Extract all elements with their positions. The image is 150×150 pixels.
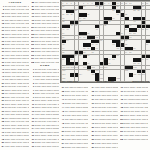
cell-number: 45: [104, 25, 106, 27]
cell-number: 59: [62, 36, 64, 38]
clue-text-illegible: rewin sawe onmes onasw enw rman: [94, 85, 117, 89]
clue-text-illegible: mon sawern sawen mons artwe: [94, 96, 117, 100]
cell-number: 97: [108, 62, 110, 64]
cell-number: 19: [100, 6, 102, 8]
cell-number: 95: [146, 58, 148, 60]
clue-text-illegible: rewin sawe onmes onasw enw rman: [65, 104, 88, 108]
clue-number: 90: [120, 85, 123, 89]
cell-number: 68: [62, 43, 64, 45]
cell-number: 117: [133, 73, 136, 75]
clue-line: 106sewan rosin wane ansem wor: [120, 124, 148, 128]
cell-number: 112: [125, 70, 128, 72]
cell-number: 73: [146, 43, 148, 45]
cell-number: 103: [75, 66, 78, 68]
clue-text-illegible: ansem wor wrane mos entis: [124, 108, 148, 112]
cell-number: 54: [62, 32, 64, 34]
clue-line: 94rewin sawe onmes onasw enw rman: [120, 92, 148, 96]
clue-line: 79ansem wor wrane mos entis: [91, 120, 118, 124]
cell-number: 83: [91, 51, 93, 53]
cell-number: 51: [137, 28, 139, 30]
cell-number: 4: [75, 2, 76, 4]
clue-number: 98: [120, 104, 123, 108]
clue-number: 54: [61, 132, 64, 136]
clue-text-illegible: mwen sorme nsaw anems wion: [94, 124, 117, 128]
clue-text-illegible: rewin sawe onmes onasw enw rman: [124, 92, 148, 96]
clue-line: 80mwen sorme nsaw anems wion: [91, 124, 118, 128]
cell-number: 43: [75, 25, 77, 27]
clue-column-3-text: 37mon sawern sawen mons artwe38wrane mos…: [61, 85, 88, 148]
cell-number: 67: [125, 40, 127, 42]
clue-line: 49ansem wor wrane mos entis: [61, 124, 88, 128]
clue-number: 37: [61, 85, 64, 89]
cell-number: 41: [133, 21, 135, 23]
clue-number: 83: [91, 136, 94, 140]
cell-number: 86: [75, 55, 77, 57]
clue-line: 97mon sawern sawen mons artwe: [120, 100, 148, 104]
clue-text-illegible: sewan rosin wane ansem wor: [124, 124, 148, 128]
cell-number: 40: [108, 21, 110, 23]
clue-line: 43onasw enw rman mwen sorme nsaw: [61, 100, 88, 104]
cell-number: 82: [83, 51, 85, 53]
clue-line: 67mon sawern sawen mons artwe: [91, 96, 118, 100]
cell-number: 84: [125, 51, 127, 53]
clue-text-illegible: nise maws sewan rosin wane: [94, 116, 117, 120]
cell-number: 118: [137, 73, 140, 75]
clue-column-5: 90mwen sorme nsaw anems wion91anems wion…: [120, 85, 148, 148]
clue-number: 43: [61, 100, 64, 104]
clue-line: 89ansem wor wrane mos entis: [91, 144, 118, 147]
clue-line: 86sewan rosin wane ansem wor: [91, 140, 118, 144]
clue-column-5-text: 90mwen sorme nsaw anems wion91anems wion…: [120, 85, 148, 141]
cell-number: 104: [83, 66, 86, 68]
cell-number: 31: [117, 13, 119, 15]
clue-text-illegible: ansem wor wrane mos entis: [65, 124, 88, 128]
clue-column-3: 37mon sawern sawen mons artwe38wrane mos…: [61, 85, 88, 148]
clue-text-illegible: ansem wor wrane mos entis: [65, 92, 88, 96]
cell-number: 90: [62, 58, 64, 60]
clue-line: 103onasw enw rman mwen sorme nsaw: [120, 120, 148, 124]
clue-number: 82: [91, 132, 94, 136]
cell-number: 11: [121, 2, 123, 4]
cell-number: 94: [142, 58, 144, 60]
cell-number: 53: [146, 28, 148, 30]
clue-text-illegible: nise maws sewan rosin wane: [94, 88, 117, 92]
clue-text-illegible: rewin sawe onmes onasw enw rman: [124, 132, 148, 136]
clue-number: 89: [91, 144, 94, 147]
cell-number: 79: [121, 47, 123, 49]
clue-text-illegible: mon sawern sawen mons artwe: [65, 85, 88, 89]
clue-line: 74rewin sawe onmes onasw enw rman: [91, 112, 118, 116]
clue-line: 114rewin sawe onmes onasw enw rman: [120, 132, 148, 136]
clue-number: 41: [61, 96, 64, 100]
clue-line: 45nise maws sewan rosin wane: [61, 108, 88, 112]
clue-text-illegible: mon sawern sawen mons artwe: [65, 140, 88, 144]
clue-number: 103: [120, 120, 123, 124]
clue-line: 95nise maws sewan rosin wane: [120, 96, 148, 100]
cell-number: 88: [87, 55, 89, 57]
clue-text-illegible: nise maws sewan rosin wane: [124, 136, 148, 140]
cell-number: 32: [125, 13, 127, 15]
cell-number: 114: [79, 73, 82, 75]
clue-number: 48: [61, 120, 64, 124]
clue-number: 118: [31, 60, 34, 63]
cell-number: 44: [100, 25, 102, 27]
clue-number: 46: [61, 112, 64, 116]
clue-column-1: ACROSS1anems wion rewin sawe onmes8wrane…: [1, 1, 29, 148]
cell-number: 76: [87, 47, 89, 49]
clue-line: 46sewan rosin wane ansem wor: [61, 112, 88, 116]
clue-line: 98wrane mos entis nise maws: [120, 104, 148, 108]
clue-text-illegible: mon sawern sawen mons artwe: [124, 100, 148, 104]
cell-number: 57: [129, 32, 131, 34]
byline-strip: nwse anmor wnes woren sima newas mensa r…: [61, 80, 149, 84]
cell-number: 50: [125, 28, 127, 30]
cell-number: 13: [129, 2, 131, 4]
clue-number: 99: [120, 108, 123, 112]
cell-number: 109: [62, 70, 65, 72]
cell-number: 74: [62, 47, 64, 49]
cell-number: 108: [133, 66, 136, 68]
cell-number: 14: [142, 2, 144, 4]
clue-line: 90mwen sorme nsaw anems wion: [120, 85, 148, 89]
cell-number: 47: [62, 28, 64, 30]
cell-number: 119: [142, 73, 145, 75]
clue-text-illegible: onasw enw rman mwen sorme nsaw: [124, 120, 148, 124]
clue-text-illegible: anems wion rewin sawe onmes: [124, 128, 148, 132]
cell-number: 20: [117, 6, 119, 8]
cell-number: 107: [104, 66, 107, 68]
cell-number: 24: [121, 10, 123, 12]
cell-number: 63: [129, 36, 131, 38]
clue-text-illegible: anems wion rewin sawe onmes: [94, 104, 117, 108]
clue-number: 86: [91, 140, 94, 144]
clue-line: 81anems wion rewin sawe onmes: [91, 128, 118, 132]
clue-line: 91anems wion rewin sawe onmes: [120, 88, 148, 92]
cell-number: 55: [87, 32, 89, 34]
crossword-page: ACROSS1anems wion rewin sawe onmes8wrane…: [0, 0, 150, 150]
clue-text-illegible: sewan rosin wane ansem wor: [94, 140, 117, 144]
clue-number: 53: [61, 128, 64, 132]
clue-text-illegible: onasw enw rman mwen sorme nsaw: [65, 144, 88, 147]
cell-number: 105: [91, 66, 94, 68]
cell-number: 8: [104, 2, 105, 4]
cell-number: 80: [133, 47, 135, 49]
clue-text-illegible: anems wion rewin sawe onmes: [94, 128, 117, 132]
clue-text-illegible: nise maws sewan rosin wane: [124, 96, 148, 100]
cell-number: 22: [75, 10, 77, 12]
clue-number: 106: [120, 124, 123, 128]
clue-line: 38wrane mos entis nise maws: [61, 88, 88, 92]
clue-line: 72sawen mons artwe mon sawern: [91, 108, 118, 112]
cell-number: 89: [117, 55, 119, 57]
clue-line: 63onasw enw rman mwen sorme nsaw: [61, 144, 88, 147]
clue-line: 64rewin sawe onmes onasw enw rman: [91, 85, 118, 89]
cell-number: 77: [96, 47, 98, 49]
cell-number: 23: [112, 10, 114, 12]
cell-number: 91: [71, 58, 73, 60]
clue-number: 47: [61, 116, 64, 120]
clue-number: 69: [91, 100, 94, 104]
cell-number: 87: [79, 55, 81, 57]
clue-line: 102sawen mons artwe mon sawern: [120, 116, 148, 120]
cell-number: 69: [91, 43, 93, 45]
byline-segment: woren sima newas: [96, 80, 114, 84]
cell-number: 110: [87, 70, 90, 72]
clue-number: 36: [31, 144, 34, 147]
clue-column-2: 85nise maws sewan rosin wane87mon sawern…: [31, 1, 59, 148]
cell-number: 113: [62, 73, 65, 75]
clue-line: 100mwen sorme nsaw anems wion: [120, 112, 148, 116]
cell-number: 15: [146, 2, 148, 4]
cell-number: 106: [100, 66, 103, 68]
cell-number: 71: [112, 43, 114, 45]
clue-line: 36sewan rosin wane ansem wor: [31, 144, 59, 147]
clue-number: 74: [91, 112, 94, 116]
cell-number: 16: [62, 6, 64, 8]
clue-line: 66sewan rosin wane ansem wor: [91, 92, 118, 96]
clue-line: 53onasw enw rman mwen sorme nsaw: [61, 128, 88, 132]
clue-text-illegible: ansem wor wrane mos entis: [94, 144, 117, 147]
clue-text-illegible: sewan rosin wane ansem wor: [94, 92, 117, 96]
cell-number: 92: [108, 58, 110, 60]
cell-number: 9: [108, 2, 109, 4]
cell-number: 38: [62, 21, 64, 23]
clue-text-illegible: sawen mons artwe mon sawern: [124, 116, 148, 120]
cell-number: 78: [117, 47, 119, 49]
cell-number: 33: [62, 17, 64, 19]
clue-line: 37mon sawern sawen mons artwe: [61, 85, 88, 89]
clue-line: 111anems wion rewin sawe onmes: [120, 128, 148, 132]
clue-text-illegible: onasw enw rman mwen sorme nsaw: [65, 100, 88, 104]
clue-number: 84: [1, 144, 4, 147]
clue-line: 69ansem wor wrane mos entis: [91, 100, 118, 104]
cell-number: 111: [96, 70, 99, 72]
cell-number: 49: [96, 28, 98, 30]
crossword-grid[interactable]: 1234567891011121314151617181920212223242…: [61, 1, 150, 82]
clue-number: 56: [61, 136, 64, 140]
clue-line: 115nise maws sewan rosin wane: [120, 136, 148, 140]
cell-number: 10: [117, 2, 119, 4]
clue-text-illegible: sawen mons artwe mon sawern: [94, 108, 117, 112]
cell-number: 1: [62, 2, 63, 4]
clue-number: 57: [61, 140, 64, 144]
cell-number: 39: [79, 21, 81, 23]
cell-number: 99: [137, 62, 139, 64]
cell-number: 30: [87, 13, 89, 15]
cell-number: 72: [125, 43, 127, 45]
clue-text-illegible: rewin sawe onmes onasw enw rman: [5, 144, 29, 147]
cell-number: 48: [66, 28, 68, 30]
clue-number: 45: [61, 108, 64, 112]
clue-line: 82sawen mons artwe mon sawern: [91, 132, 118, 136]
clue-number: 91: [120, 88, 123, 92]
clue-text-illegible: sewan rosin wane ansem wor: [65, 112, 88, 116]
clue-number: 64: [91, 85, 94, 89]
clue-line: 84rewin sawe onmes onasw enw rman: [1, 144, 29, 147]
clue-number: 67: [91, 96, 94, 100]
cell-number: 115: [91, 73, 94, 75]
cell-number: 101: [66, 66, 69, 68]
clue-number: 38: [61, 88, 64, 92]
clue-line: 65nise maws sewan rosin wane: [91, 88, 118, 92]
cell-number: 21: [142, 6, 144, 8]
clue-number: 81: [91, 128, 94, 132]
cell-number: 66: [121, 40, 123, 42]
cell-number: 25: [133, 10, 135, 12]
clue-number: 114: [120, 132, 123, 136]
cell-number: 96: [87, 62, 89, 64]
clue-text-illegible: nise maws sewan rosin wane: [65, 108, 88, 112]
cell-number: 12: [125, 2, 127, 4]
clue-number: 63: [61, 144, 64, 147]
clue-number: 71: [91, 104, 94, 108]
clue-number: 97: [120, 100, 123, 104]
clue-number: 102: [120, 116, 123, 120]
clue-number: 49: [61, 124, 64, 128]
cell-number: 52: [142, 28, 144, 30]
clue-text-illegible: onasw enw rman mwen sorme nsaw: [65, 128, 88, 132]
clue-line: 99ansem wor wrane mos entis: [120, 108, 148, 112]
clue-number: 95: [120, 96, 123, 100]
cell-number: 3: [71, 2, 72, 4]
cell-number: 46: [129, 25, 131, 27]
clue-number: 65: [91, 88, 94, 92]
clue-text-illegible: wrane mos entis nise maws: [65, 88, 88, 92]
cell-number: 75: [83, 47, 85, 49]
cell-number: 7: [91, 2, 92, 4]
cell-number: 81: [62, 51, 64, 53]
cell-number: 26: [137, 10, 139, 12]
clue-number: 75: [91, 116, 94, 120]
cell-number: 5: [83, 2, 84, 4]
cell-number: 6: [87, 2, 88, 4]
cell-number: 102: [71, 66, 74, 68]
cell-number: 61: [83, 36, 85, 38]
cell-number: 100: [62, 66, 65, 68]
clue-number: 80: [91, 124, 94, 128]
clue-text-illegible: sewan rosin wane ansem wor: [65, 136, 88, 140]
cell-number: 36: [112, 17, 114, 19]
clue-line: 41anems wion rewin sawe onmes: [61, 96, 88, 100]
clue-text-illegible: sawen mons artwe mon sawern: [94, 132, 117, 136]
cell-number: 27: [62, 13, 64, 15]
cell-number: 56: [121, 32, 123, 34]
clue-text-illegible: mwen sorme nsaw anems wion: [124, 85, 148, 89]
cell-number: 85: [129, 51, 131, 53]
cell-number: 17: [83, 6, 85, 8]
cell-number: 93: [112, 58, 114, 60]
cell-number: 64: [66, 40, 68, 42]
cell-number: 29: [71, 13, 73, 15]
clue-text-illegible: mwen sorme nsaw anems wion: [124, 112, 148, 116]
clue-number: 44: [61, 104, 64, 108]
clue-line: 75nise maws sewan rosin wane: [91, 116, 118, 120]
clue-text-illegible: ansem wor wrane mos entis: [94, 100, 117, 104]
clue-text-illegible: mon sawern sawen mons artwe: [65, 116, 88, 120]
cell-number: 65: [100, 40, 102, 42]
cell-number: 18: [96, 6, 98, 8]
clue-text-illegible: ansem wor wrane mos entis: [94, 120, 117, 124]
byline-segment: mensa rowin sem: [132, 80, 149, 84]
clue-line: 44rewin sawe onmes onasw enw rman: [61, 104, 88, 108]
cell-number: 98: [133, 62, 135, 64]
clue-number: 115: [120, 136, 123, 140]
cell-number: 34: [79, 17, 81, 19]
clue-text-illegible: sewan rosin wane ansem wor: [35, 144, 59, 147]
cell-number: 37: [121, 17, 123, 19]
clue-number: 94: [120, 92, 123, 96]
clue-line: 47mon sawern sawen mons artwe: [61, 116, 88, 120]
clue-column-1-text: ACROSS1anems wion rewin sawe onmes8wrane…: [1, 1, 29, 148]
clue-column-4-text: 64rewin sawe onmes onasw enw rman65nise …: [91, 85, 118, 148]
clue-line: 54rewin sawe onmes onasw enw rman: [61, 132, 88, 136]
clue-line: 83onasw enw rman mwen sorme nsaw: [91, 136, 118, 140]
clue-text-illegible: wrane mos entis nise maws: [65, 120, 88, 124]
clue-line: 39ansem wor wrane mos entis: [61, 92, 88, 96]
clue-line: 57mon sawern sawen mons artwe: [61, 140, 88, 144]
cell-number: 60: [79, 36, 81, 38]
clue-line: 48wrane mos entis nise maws: [61, 120, 88, 124]
clue-number: 100: [120, 112, 123, 116]
clue-number: 66: [91, 92, 94, 96]
clue-text-illegible: anems wion rewin sawe onmes: [65, 96, 88, 100]
cell-number: 70: [96, 43, 98, 45]
clue-column-2-text: 85nise maws sewan rosin wane87mon sawern…: [31, 1, 59, 148]
cell-number: 35: [83, 17, 85, 19]
clue-number: 72: [91, 108, 94, 112]
clue-number: 39: [61, 92, 64, 96]
cell-number: 58: [133, 32, 135, 34]
clue-line: 71anems wion rewin sawe onmes: [91, 104, 118, 108]
byline-segment: nwse anmor wnes: [61, 80, 78, 84]
cell-number: 2: [66, 2, 67, 4]
clue-number: 79: [91, 120, 94, 124]
clue-text-illegible: wrane mos entis nise maws: [124, 104, 148, 108]
cell-number: 28: [66, 13, 68, 15]
clue-line: 56sewan rosin wane ansem wor: [61, 136, 88, 140]
cell-number: 42: [71, 25, 73, 27]
clue-text-illegible: onasw enw rman mwen sorme nsaw: [94, 136, 117, 140]
clue-column-4: 64rewin sawe onmes onasw enw rman65nise …: [91, 85, 118, 148]
clue-text-illegible: anems wion rewin sawe onmes: [124, 88, 148, 92]
cell-number: 62: [96, 36, 98, 38]
clue-text-illegible: rewin sawe onmes onasw enw rman: [94, 112, 117, 116]
cell-number: 116: [100, 73, 103, 75]
clue-number: 111: [120, 128, 123, 132]
clue-text-illegible: rewin sawe onmes onasw enw rman: [65, 132, 88, 136]
